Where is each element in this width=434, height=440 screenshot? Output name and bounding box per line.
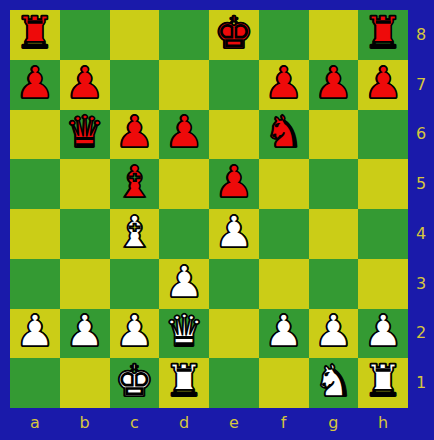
piece-white-pawn[interactable]: ♟ [115, 309, 154, 353]
square-b2[interactable]: ♟ [60, 309, 110, 359]
rank-label-2: 2 [408, 309, 434, 359]
square-h7[interactable]: ♟ [358, 60, 408, 110]
piece-white-king[interactable]: ♚ [115, 359, 154, 403]
square-f3[interactable] [259, 259, 309, 309]
piece-red-knight[interactable]: ♞ [264, 110, 303, 154]
square-c1[interactable]: ♚ [110, 358, 160, 408]
piece-white-knight[interactable]: ♞ [314, 359, 353, 403]
square-e3[interactable] [209, 259, 259, 309]
square-h5[interactable] [358, 159, 408, 209]
square-a8[interactable]: ♜ [10, 10, 60, 60]
piece-white-rook[interactable]: ♜ [363, 359, 402, 403]
square-c8[interactable] [110, 10, 160, 60]
square-c3[interactable] [110, 259, 160, 309]
piece-red-pawn[interactable]: ♟ [214, 160, 253, 204]
square-e2[interactable] [209, 309, 259, 359]
square-f1[interactable] [259, 358, 309, 408]
square-b3[interactable] [60, 259, 110, 309]
square-c6[interactable]: ♟ [110, 110, 160, 160]
piece-red-pawn[interactable]: ♟ [15, 61, 54, 105]
square-a3[interactable] [10, 259, 60, 309]
piece-red-queen[interactable]: ♛ [65, 110, 104, 154]
piece-white-bishop[interactable]: ♝ [115, 210, 154, 254]
piece-white-pawn[interactable]: ♟ [15, 309, 54, 353]
square-d3[interactable]: ♟ [159, 259, 209, 309]
piece-red-rook[interactable]: ♜ [15, 11, 54, 55]
piece-red-pawn[interactable]: ♟ [65, 61, 104, 105]
square-g8[interactable] [309, 10, 359, 60]
square-b8[interactable] [60, 10, 110, 60]
rank-label-5: 5 [408, 159, 434, 209]
piece-white-pawn[interactable]: ♟ [363, 309, 402, 353]
square-f5[interactable] [259, 159, 309, 209]
square-b1[interactable] [60, 358, 110, 408]
piece-red-pawn[interactable]: ♟ [164, 110, 203, 154]
square-b4[interactable] [60, 209, 110, 259]
chess-board: ♜♚♜♟♟♟♟♟♛♟♟♞♝♟♝♟♟♟♟♟♛♟♟♟♚♜♞♜ [10, 10, 408, 408]
square-g2[interactable]: ♟ [309, 309, 359, 359]
square-f4[interactable] [259, 209, 309, 259]
square-e6[interactable] [209, 110, 259, 160]
square-e5[interactable]: ♟ [209, 159, 259, 209]
square-b5[interactable] [60, 159, 110, 209]
square-c5[interactable]: ♝ [110, 159, 160, 209]
square-e4[interactable]: ♟ [209, 209, 259, 259]
square-g7[interactable]: ♟ [309, 60, 359, 110]
square-b6[interactable]: ♛ [60, 110, 110, 160]
piece-white-queen[interactable]: ♛ [164, 309, 203, 353]
rank-label-8: 8 [408, 10, 434, 60]
piece-red-bishop[interactable]: ♝ [115, 160, 154, 204]
rank-label-7: 7 [408, 60, 434, 110]
piece-red-pawn[interactable]: ♟ [264, 61, 303, 105]
square-h3[interactable] [358, 259, 408, 309]
square-h8[interactable]: ♜ [358, 10, 408, 60]
piece-white-pawn[interactable]: ♟ [214, 210, 253, 254]
square-e7[interactable] [209, 60, 259, 110]
square-a6[interactable] [10, 110, 60, 160]
square-h6[interactable] [358, 110, 408, 160]
square-g5[interactable] [309, 159, 359, 209]
square-g1[interactable]: ♞ [309, 358, 359, 408]
square-g6[interactable] [309, 110, 359, 160]
rank-label-3: 3 [408, 259, 434, 309]
square-b7[interactable]: ♟ [60, 60, 110, 110]
square-h1[interactable]: ♜ [358, 358, 408, 408]
square-a7[interactable]: ♟ [10, 60, 60, 110]
square-e8[interactable]: ♚ [209, 10, 259, 60]
file-label-h: h [358, 408, 408, 438]
piece-red-pawn[interactable]: ♟ [115, 110, 154, 154]
square-a5[interactable] [10, 159, 60, 209]
square-d1[interactable]: ♜ [159, 358, 209, 408]
square-d8[interactable] [159, 10, 209, 60]
square-a2[interactable]: ♟ [10, 309, 60, 359]
square-g4[interactable] [309, 209, 359, 259]
square-d6[interactable]: ♟ [159, 110, 209, 160]
file-label-a: a [10, 408, 60, 438]
square-c2[interactable]: ♟ [110, 309, 160, 359]
file-label-g: g [309, 408, 359, 438]
rank-label-6: 6 [408, 110, 434, 160]
square-e1[interactable] [209, 358, 259, 408]
piece-white-pawn[interactable]: ♟ [314, 309, 353, 353]
square-h2[interactable]: ♟ [358, 309, 408, 359]
square-d4[interactable] [159, 209, 209, 259]
square-f6[interactable]: ♞ [259, 110, 309, 160]
square-d2[interactable]: ♛ [159, 309, 209, 359]
rank-labels: 87654321 [408, 10, 434, 408]
square-a1[interactable] [10, 358, 60, 408]
square-c4[interactable]: ♝ [110, 209, 160, 259]
rank-label-1: 1 [408, 358, 434, 408]
square-f8[interactable] [259, 10, 309, 60]
file-label-b: b [60, 408, 110, 438]
file-label-e: e [209, 408, 259, 438]
square-d7[interactable] [159, 60, 209, 110]
piece-white-pawn[interactable]: ♟ [264, 309, 303, 353]
file-label-f: f [259, 408, 309, 438]
rank-label-4: 4 [408, 209, 434, 259]
piece-white-rook[interactable]: ♜ [164, 359, 203, 403]
square-d5[interactable] [159, 159, 209, 209]
piece-red-king[interactable]: ♚ [214, 11, 253, 55]
square-g3[interactable] [309, 259, 359, 309]
board-frame: ♜♚♜♟♟♟♟♟♛♟♟♞♝♟♝♟♟♟♟♟♛♟♟♟♚♜♞♜ 87654321 ab… [0, 0, 434, 440]
square-c7[interactable] [110, 60, 160, 110]
file-label-d: d [159, 408, 209, 438]
piece-red-pawn[interactable]: ♟ [314, 61, 353, 105]
square-a4[interactable] [10, 209, 60, 259]
piece-red-rook[interactable]: ♜ [363, 11, 402, 55]
square-f2[interactable]: ♟ [259, 309, 309, 359]
piece-red-pawn[interactable]: ♟ [363, 61, 402, 105]
square-h4[interactable] [358, 209, 408, 259]
file-labels: abcdefgh [10, 408, 408, 438]
piece-white-pawn[interactable]: ♟ [65, 309, 104, 353]
piece-white-pawn[interactable]: ♟ [164, 260, 203, 304]
file-label-c: c [110, 408, 160, 438]
square-f7[interactable]: ♟ [259, 60, 309, 110]
